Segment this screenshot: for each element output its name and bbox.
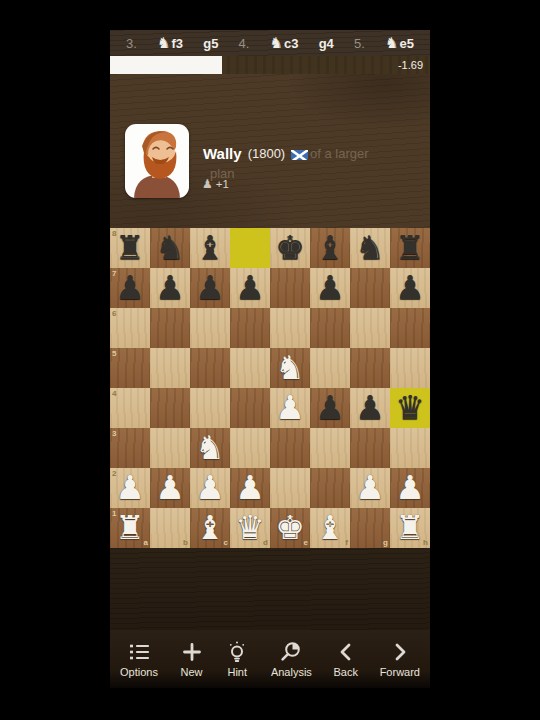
square-d1[interactable]: d♛	[230, 508, 270, 548]
piece-black-queen[interactable]: ♛	[390, 388, 430, 428]
square-g5[interactable]	[350, 348, 390, 388]
piece-white-pawn[interactable]: ♟	[390, 468, 430, 508]
square-a2[interactable]: 2♟	[110, 468, 150, 508]
piece-white-pawn[interactable]: ♟	[230, 468, 270, 508]
piece-black-pawn[interactable]: ♟	[190, 268, 230, 308]
chevron-left-icon	[334, 640, 358, 664]
square-b5[interactable]	[150, 348, 190, 388]
move-number: 5.	[354, 36, 365, 51]
square-a3[interactable]: 3	[110, 428, 150, 468]
piece-black-pawn[interactable]: ♟	[310, 268, 350, 308]
piece-white-rook[interactable]: ♜	[110, 508, 150, 548]
square-c6[interactable]	[190, 308, 230, 348]
square-d8[interactable]	[230, 228, 270, 268]
material-value: +1	[216, 178, 229, 190]
square-c2[interactable]: ♟	[190, 468, 230, 508]
piece-white-pawn[interactable]: ♟	[110, 468, 150, 508]
piece-white-pawn[interactable]: ♟	[190, 468, 230, 508]
white-knight-icon: ♞	[157, 36, 170, 51]
lightbulb-icon	[225, 640, 249, 664]
piece-white-pawn[interactable]: ♟	[150, 468, 190, 508]
square-e5[interactable]: ♞	[270, 348, 310, 388]
square-e1[interactable]: e♚	[270, 508, 310, 548]
screenshot-stage: 3.♞f3g54.♞c3g45.♞e5 -1.69 Wally	[0, 0, 540, 720]
analysis-label: Analysis	[271, 666, 312, 678]
square-d7[interactable]: ♟	[230, 268, 270, 308]
piece-white-king[interactable]: ♚	[270, 508, 310, 548]
square-f7[interactable]: ♟	[310, 268, 350, 308]
piece-black-pawn[interactable]: ♟	[390, 268, 430, 308]
evaluation-score: -1.69	[398, 58, 423, 72]
piece-black-bishop[interactable]: ♝	[310, 228, 350, 268]
square-d6[interactable]	[230, 308, 270, 348]
back-label: Back	[334, 666, 358, 678]
square-f1[interactable]: f♝	[310, 508, 350, 548]
piece-white-bishop[interactable]: ♝	[190, 508, 230, 548]
piece-white-queen[interactable]: ♛	[230, 508, 270, 548]
square-a7[interactable]: 7♟	[110, 268, 150, 308]
square-g6[interactable]	[350, 308, 390, 348]
square-d2[interactable]: ♟	[230, 468, 270, 508]
piece-black-rook[interactable]: ♜	[110, 228, 150, 268]
rank-label-5: 5	[112, 350, 116, 358]
move-white[interactable]: ♞c3	[270, 36, 299, 51]
square-d3[interactable]	[230, 428, 270, 468]
hint-button[interactable]: Hint	[225, 640, 249, 678]
move-number: 3.	[126, 36, 137, 51]
square-a5[interactable]: 5	[110, 348, 150, 388]
square-a8[interactable]: 8♜	[110, 228, 150, 268]
forward-label: Forward	[380, 666, 420, 678]
rank-label-4: 4	[112, 390, 116, 398]
move-black[interactable]: g4	[319, 36, 334, 51]
square-b8[interactable]: ♞	[150, 228, 190, 268]
square-h2[interactable]: ♟	[390, 468, 430, 508]
piece-white-bishop[interactable]: ♝	[310, 508, 350, 548]
square-a6[interactable]: 6	[110, 308, 150, 348]
square-f6[interactable]	[310, 308, 350, 348]
piece-white-pawn[interactable]: ♟	[270, 388, 310, 428]
square-f4[interactable]: ♟	[310, 388, 350, 428]
piece-white-knight[interactable]: ♞	[270, 348, 310, 388]
piece-white-rook[interactable]: ♜	[390, 508, 430, 548]
square-h6[interactable]	[390, 308, 430, 348]
piece-black-bishop[interactable]: ♝	[190, 228, 230, 268]
square-f2[interactable]	[310, 468, 350, 508]
square-f5[interactable]	[310, 348, 350, 388]
piece-black-pawn[interactable]: ♟	[310, 388, 350, 428]
hint-label: Hint	[227, 666, 247, 678]
file-label-b: b	[183, 539, 188, 547]
magnifier-pie-icon	[279, 640, 303, 664]
square-e8[interactable]: ♚	[270, 228, 310, 268]
square-e4[interactable]: ♟	[270, 388, 310, 428]
piece-black-pawn[interactable]: ♟	[230, 268, 270, 308]
square-e6[interactable]	[270, 308, 310, 348]
under-board-area	[110, 548, 430, 630]
new-button[interactable]: New	[180, 640, 204, 678]
piece-white-knight[interactable]: ♞	[190, 428, 230, 468]
square-h7[interactable]: ♟	[390, 268, 430, 308]
analysis-button[interactable]: Analysis	[271, 640, 312, 678]
piece-black-king[interactable]: ♚	[270, 228, 310, 268]
options-button[interactable]: Options	[120, 640, 158, 678]
plus-icon	[180, 640, 204, 664]
square-c5[interactable]	[190, 348, 230, 388]
square-e2[interactable]	[270, 468, 310, 508]
chess-board[interactable]: 8♜♞♝♚♝♞♜7♟♟♟♟♟♟65♞4♟♟♟♛3♞2♟♟♟♟♟♟1a♜bc♝d♛…	[110, 228, 430, 548]
square-a1[interactable]: 1a♜	[110, 508, 150, 548]
square-g2[interactable]: ♟	[350, 468, 390, 508]
square-h4[interactable]: ♛	[390, 388, 430, 428]
square-c3[interactable]: ♞	[190, 428, 230, 468]
square-c1[interactable]: c♝	[190, 508, 230, 548]
fading-coach-message-line1: of a larger	[310, 146, 369, 161]
piece-black-rook[interactable]: ♜	[390, 228, 430, 268]
square-c7[interactable]: ♟	[190, 268, 230, 308]
forward-button[interactable]: Forward	[380, 640, 420, 678]
square-b1[interactable]: b	[150, 508, 190, 548]
square-b6[interactable]	[150, 308, 190, 348]
options-label: Options	[120, 666, 158, 678]
square-g3[interactable]	[350, 428, 390, 468]
square-b7[interactable]: ♟	[150, 268, 190, 308]
player-avatar[interactable]	[125, 124, 189, 198]
move-number: 4.	[239, 36, 250, 51]
menu-list-icon	[127, 640, 151, 664]
white-knight-icon: ♞	[270, 36, 283, 51]
square-f8[interactable]: ♝	[310, 228, 350, 268]
piece-black-knight[interactable]: ♞	[350, 228, 390, 268]
square-g1[interactable]: g	[350, 508, 390, 548]
square-b4[interactable]	[150, 388, 190, 428]
material-advantage: ♟ +1	[202, 178, 229, 190]
square-h1[interactable]: h♜	[390, 508, 430, 548]
rank-label-3: 3	[112, 430, 116, 438]
new-label: New	[181, 666, 203, 678]
move-white[interactable]: ♞e5	[385, 36, 414, 51]
chevron-right-icon	[388, 640, 412, 664]
move-list-bar[interactable]: 3.♞f3g54.♞c3g45.♞e5	[110, 30, 430, 56]
square-b3[interactable]	[150, 428, 190, 468]
square-g8[interactable]: ♞	[350, 228, 390, 268]
square-g4[interactable]: ♟	[350, 388, 390, 428]
file-label-g: g	[383, 539, 388, 547]
piece-black-pawn[interactable]: ♟	[350, 388, 390, 428]
white-knight-icon: ♞	[385, 36, 398, 51]
rank-label-6: 6	[112, 310, 116, 318]
scotland-flag-icon	[291, 148, 308, 160]
chess-app-screen: 3.♞f3g54.♞c3g45.♞e5 -1.69 Wally	[110, 30, 430, 688]
bottom-toolbar: OptionsNewHintAnalysisBackForward	[110, 630, 430, 688]
square-c4[interactable]	[190, 388, 230, 428]
square-c8[interactable]: ♝	[190, 228, 230, 268]
square-d4[interactable]	[230, 388, 270, 428]
player-rating: (1800)	[248, 146, 286, 161]
back-button[interactable]: Back	[334, 640, 358, 678]
square-d5[interactable]	[230, 348, 270, 388]
square-b2[interactable]: ♟	[150, 468, 190, 508]
piece-black-knight[interactable]: ♞	[150, 228, 190, 268]
piece-white-pawn[interactable]: ♟	[350, 468, 390, 508]
square-h8[interactable]: ♜	[390, 228, 430, 268]
evaluation-bar: -1.69	[110, 56, 430, 74]
player-name-row[interactable]: Wally (1800)	[203, 145, 308, 162]
move-white[interactable]: ♞f3	[157, 36, 183, 51]
square-e7[interactable]	[270, 268, 310, 308]
square-g7[interactable]	[350, 268, 390, 308]
square-h5[interactable]	[390, 348, 430, 388]
square-e3[interactable]	[270, 428, 310, 468]
square-a4[interactable]: 4	[110, 388, 150, 428]
pawn-icon: ♟	[202, 178, 213, 190]
square-h3[interactable]	[390, 428, 430, 468]
player-name: Wally	[203, 145, 242, 162]
evaluation-white-fill	[110, 56, 222, 74]
piece-black-pawn[interactable]: ♟	[150, 268, 190, 308]
square-f3[interactable]	[310, 428, 350, 468]
move-black[interactable]: g5	[203, 36, 218, 51]
piece-black-pawn[interactable]: ♟	[110, 268, 150, 308]
avatar-cartoon-man	[125, 124, 189, 198]
